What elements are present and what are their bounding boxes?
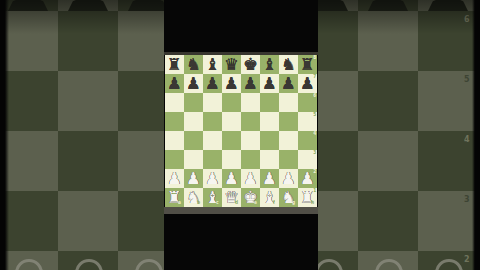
rank-label: 3 — [313, 151, 316, 155]
board-square-a4[interactable] — [165, 131, 184, 150]
piece-black-k[interactable]: ♚ — [241, 55, 260, 74]
board-square-b6[interactable] — [184, 93, 203, 112]
background-square — [58, 191, 118, 251]
file-label: b — [197, 201, 200, 205]
background-square — [358, 71, 418, 131]
rank-label: 5 — [313, 113, 316, 117]
rank-label: 2 — [313, 170, 316, 174]
piece-black-b[interactable]: ♝ — [203, 55, 222, 74]
piece-white-n[interactable]: ♞ — [279, 188, 298, 207]
piece-white-q[interactable]: ♛ — [222, 188, 241, 207]
piece-white-p[interactable]: ♟ — [260, 169, 279, 188]
piece-white-b[interactable]: ♝ — [260, 188, 279, 207]
board-square-g5[interactable] — [279, 112, 298, 131]
rank-label: 8 — [313, 56, 316, 60]
rank-label: 7 — [313, 75, 316, 79]
board-square-d6[interactable] — [222, 93, 241, 112]
board-square-e3[interactable] — [241, 150, 260, 169]
piece-white-p[interactable]: ♟ — [184, 169, 203, 188]
piece-black-p[interactable]: ♟ — [241, 74, 260, 93]
background-square — [358, 131, 418, 191]
piece-white-p[interactable]: ♟ — [222, 169, 241, 188]
board-square-c4[interactable] — [203, 131, 222, 150]
piece-white-p[interactable]: ♟ — [241, 169, 260, 188]
file-label: g — [292, 201, 295, 205]
piece-black-p[interactable]: ♟ — [203, 74, 222, 93]
board-square-g3[interactable] — [279, 150, 298, 169]
file-label: f — [273, 201, 275, 205]
piece-black-q[interactable]: ♛ — [222, 55, 241, 74]
board-square-f4[interactable] — [260, 131, 279, 150]
board-shadow — [164, 207, 318, 214]
board-square-e6[interactable] — [241, 93, 260, 112]
piece-black-p[interactable]: ♟ — [165, 74, 184, 93]
board-square-a3[interactable] — [165, 150, 184, 169]
board-square-c3[interactable] — [203, 150, 222, 169]
board-square-b3[interactable] — [184, 150, 203, 169]
board-square-c5[interactable] — [203, 112, 222, 131]
background-square — [58, 71, 118, 131]
piece-black-p[interactable]: ♟ — [184, 74, 203, 93]
rank-label: 6 — [313, 94, 316, 98]
piece-white-p[interactable]: ♟ — [165, 169, 184, 188]
piece-black-n[interactable]: ♞ — [184, 55, 203, 74]
piece-black-n[interactable]: ♞ — [279, 55, 298, 74]
file-label: e — [254, 201, 257, 205]
board-square-f5[interactable] — [260, 112, 279, 131]
video-frame: 65432 ♜♞♝♛♚♝♞♜♟♟♟♟♟♟♟♟♟♟♟♟♟♟♟♟♜♞♝♛♚♝♞♜87… — [0, 0, 480, 270]
piece-black-p[interactable]: ♟ — [279, 74, 298, 93]
board-square-d5[interactable] — [222, 112, 241, 131]
board-square-b5[interactable] — [184, 112, 203, 131]
background-edge-right — [472, 0, 480, 270]
file-label: h — [311, 201, 314, 205]
background-rank-label: 3 — [464, 196, 470, 204]
piece-white-p[interactable]: ♟ — [279, 169, 298, 188]
board-square-a5[interactable] — [165, 112, 184, 131]
board-square-e5[interactable] — [241, 112, 260, 131]
piece-white-r[interactable]: ♜ — [165, 188, 184, 207]
piece-white-b[interactable]: ♝ — [203, 188, 222, 207]
background-rank-label: 4 — [464, 136, 470, 144]
board-square-e4[interactable] — [241, 131, 260, 150]
rank-label: 1 — [313, 189, 316, 193]
file-label: d — [235, 201, 238, 205]
piece-white-k[interactable]: ♚ — [241, 188, 260, 207]
chess-board: ♜♞♝♛♚♝♞♜♟♟♟♟♟♟♟♟♟♟♟♟♟♟♟♟♜♞♝♛♚♝♞♜87654321… — [165, 55, 317, 207]
file-label: a — [178, 201, 181, 205]
background-rank-label: 5 — [464, 76, 470, 84]
rank-label: 4 — [313, 132, 316, 136]
piece-black-p[interactable]: ♟ — [260, 74, 279, 93]
board-square-g6[interactable] — [279, 93, 298, 112]
piece-white-p[interactable]: ♟ — [203, 169, 222, 188]
video-strip: ♜♞♝♛♚♝♞♜♟♟♟♟♟♟♟♟♟♟♟♟♟♟♟♟♜♞♝♛♚♝♞♜87654321… — [164, 0, 318, 270]
board-square-g4[interactable] — [279, 131, 298, 150]
file-label: c — [216, 201, 219, 205]
background-square — [58, 131, 118, 191]
piece-white-n[interactable]: ♞ — [184, 188, 203, 207]
board-square-c6[interactable] — [203, 93, 222, 112]
board-square-a6[interactable] — [165, 93, 184, 112]
board-square-d4[interactable] — [222, 131, 241, 150]
background-square — [358, 191, 418, 251]
board-square-f3[interactable] — [260, 150, 279, 169]
piece-black-p[interactable]: ♟ — [222, 74, 241, 93]
background-rank-label: 2 — [464, 256, 470, 264]
board-square-b4[interactable] — [184, 131, 203, 150]
piece-black-r[interactable]: ♜ — [165, 55, 184, 74]
background-edge-left — [0, 0, 9, 270]
piece-black-b[interactable]: ♝ — [260, 55, 279, 74]
board-square-d3[interactable] — [222, 150, 241, 169]
board-square-f6[interactable] — [260, 93, 279, 112]
